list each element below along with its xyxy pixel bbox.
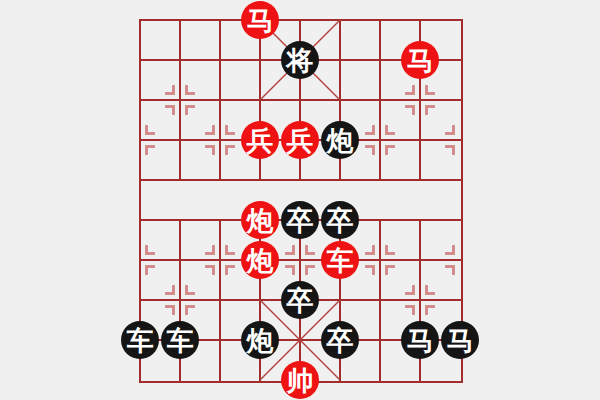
piece-black-soldier[interactable]: 卒 — [281, 281, 319, 319]
piece-black-chariot[interactable]: 车 — [161, 321, 199, 359]
piece-black-cannon[interactable]: 炮 — [241, 321, 279, 359]
piece-red-horse[interactable]: 马 — [241, 1, 279, 39]
piece-layer: 马将马兵兵炮炮卒卒炮车卒车车炮卒马马帅 — [0, 0, 600, 400]
piece-black-horse[interactable]: 马 — [401, 321, 439, 359]
piece-black-general[interactable]: 将 — [281, 41, 319, 79]
piece-red-cannon[interactable]: 炮 — [241, 201, 279, 239]
piece-black-horse[interactable]: 马 — [441, 321, 479, 359]
xiangqi-board-screenshot: 马将马兵兵炮炮卒卒炮车卒车车炮卒马马帅 — [0, 0, 600, 400]
piece-black-soldier[interactable]: 卒 — [321, 321, 359, 359]
piece-black-soldier[interactable]: 卒 — [321, 201, 359, 239]
piece-black-chariot[interactable]: 车 — [121, 321, 159, 359]
piece-red-general[interactable]: 帅 — [281, 361, 319, 399]
piece-black-cannon[interactable]: 炮 — [321, 121, 359, 159]
piece-red-soldier[interactable]: 兵 — [241, 121, 279, 159]
piece-red-soldier[interactable]: 兵 — [281, 121, 319, 159]
piece-red-horse[interactable]: 马 — [401, 41, 439, 79]
piece-red-cannon[interactable]: 炮 — [241, 241, 279, 279]
piece-black-soldier[interactable]: 卒 — [281, 201, 319, 239]
piece-red-chariot[interactable]: 车 — [321, 241, 359, 279]
